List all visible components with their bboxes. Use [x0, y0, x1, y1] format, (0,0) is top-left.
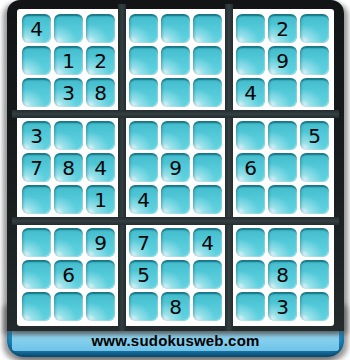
cell-r4c8[interactable]	[268, 121, 297, 150]
cell-r7c2[interactable]	[54, 228, 83, 257]
cell-r5c3[interactable]: 4	[86, 153, 115, 182]
cell-r9c5[interactable]: 8	[161, 292, 190, 321]
cell-r6c9[interactable]	[300, 185, 329, 214]
cell-r2c8[interactable]: 9	[268, 46, 297, 75]
cell-r1c1[interactable]: 4	[22, 14, 51, 43]
cell-r3c7[interactable]: 4	[236, 78, 265, 107]
cell-r6c4[interactable]: 4	[129, 185, 158, 214]
cell-r9c7[interactable]	[236, 292, 265, 321]
cell-r3c5[interactable]	[161, 78, 190, 107]
cell-r7c4[interactable]: 7	[129, 228, 158, 257]
sudoku-grid: 4212938435784961497465883	[22, 14, 329, 321]
cell-r6c3[interactable]: 1	[86, 185, 115, 214]
cell-r2c7[interactable]	[236, 46, 265, 75]
cell-r5c6[interactable]	[193, 153, 222, 182]
cell-r3c4[interactable]	[129, 78, 158, 107]
cell-r2c4[interactable]	[129, 46, 158, 75]
cell-r1c8[interactable]: 2	[268, 14, 297, 43]
cell-r9c9[interactable]	[300, 292, 329, 321]
cell-r4c5[interactable]	[161, 121, 190, 150]
cell-r4c1[interactable]: 3	[22, 121, 51, 150]
cell-r9c3[interactable]	[86, 292, 115, 321]
cell-r5c8[interactable]	[268, 153, 297, 182]
cell-r7c8[interactable]	[268, 228, 297, 257]
cell-r6c2[interactable]	[54, 185, 83, 214]
cell-r5c9[interactable]	[300, 153, 329, 182]
cell-r8c2[interactable]: 6	[54, 260, 83, 289]
cell-r5c7[interactable]: 6	[236, 153, 265, 182]
cell-r5c4[interactable]	[129, 153, 158, 182]
cell-r9c8[interactable]: 3	[268, 292, 297, 321]
cell-r5c1[interactable]: 7	[22, 153, 51, 182]
cell-r8c7[interactable]	[236, 260, 265, 289]
cell-r1c5[interactable]	[161, 14, 190, 43]
cell-r8c6[interactable]	[193, 260, 222, 289]
cell-r2c2[interactable]: 1	[54, 46, 83, 75]
cell-r8c9[interactable]	[300, 260, 329, 289]
cell-r2c3[interactable]: 2	[86, 46, 115, 75]
cell-r4c4[interactable]	[129, 121, 158, 150]
cell-r3c3[interactable]: 8	[86, 78, 115, 107]
cell-r2c6[interactable]	[193, 46, 222, 75]
box-separator-horizontal-1	[12, 110, 339, 118]
cell-r3c9[interactable]	[300, 78, 329, 107]
cell-r1c6[interactable]	[193, 14, 222, 43]
grid-border: 4212938435784961497465883	[17, 9, 334, 326]
cell-r7c1[interactable]	[22, 228, 51, 257]
cell-r7c5[interactable]	[161, 228, 190, 257]
cell-r1c2[interactable]	[54, 14, 83, 43]
footer-band: www.sudokusweb.com	[12, 330, 339, 351]
box-separator-vertical-2	[225, 4, 233, 331]
cell-r2c9[interactable]	[300, 46, 329, 75]
cell-r2c1[interactable]	[22, 46, 51, 75]
cell-r4c7[interactable]	[236, 121, 265, 150]
cell-r3c1[interactable]	[22, 78, 51, 107]
cell-r7c9[interactable]	[300, 228, 329, 257]
cell-r8c8[interactable]: 8	[268, 260, 297, 289]
cell-r4c3[interactable]	[86, 121, 115, 150]
cell-r4c2[interactable]	[54, 121, 83, 150]
cell-r5c5[interactable]: 9	[161, 153, 190, 182]
cell-r1c7[interactable]	[236, 14, 265, 43]
cell-r9c1[interactable]	[22, 292, 51, 321]
cell-r7c3[interactable]: 9	[86, 228, 115, 257]
site-url: www.sudokusweb.com	[91, 332, 259, 349]
cell-r8c4[interactable]: 5	[129, 260, 158, 289]
cell-r4c6[interactable]	[193, 121, 222, 150]
sudoku-board: 4212938435784961497465883	[7, 0, 344, 331]
box-separator-vertical-1	[118, 4, 126, 331]
cell-r8c3[interactable]	[86, 260, 115, 289]
cell-r1c4[interactable]	[129, 14, 158, 43]
cell-r1c9[interactable]	[300, 14, 329, 43]
cell-r3c8[interactable]	[268, 78, 297, 107]
cell-r6c7[interactable]	[236, 185, 265, 214]
cell-r3c6[interactable]	[193, 78, 222, 107]
cell-r9c4[interactable]	[129, 292, 158, 321]
cell-r2c5[interactable]	[161, 46, 190, 75]
box-separator-horizontal-2	[12, 217, 339, 225]
sudoku-page: www.sudokusweb.com 421293843578496149746…	[0, 0, 350, 360]
cell-r6c1[interactable]	[22, 185, 51, 214]
cell-r5c2[interactable]: 8	[54, 153, 83, 182]
cell-r6c6[interactable]	[193, 185, 222, 214]
cell-r8c5[interactable]	[161, 260, 190, 289]
cell-r8c1[interactable]	[22, 260, 51, 289]
cell-r6c8[interactable]	[268, 185, 297, 214]
cell-r3c2[interactable]: 3	[54, 78, 83, 107]
cell-r6c5[interactable]	[161, 185, 190, 214]
cell-r9c2[interactable]	[54, 292, 83, 321]
cell-r9c6[interactable]	[193, 292, 222, 321]
cell-r7c7[interactable]	[236, 228, 265, 257]
cell-r7c6[interactable]: 4	[193, 228, 222, 257]
cell-r1c3[interactable]	[86, 14, 115, 43]
cell-r4c9[interactable]: 5	[300, 121, 329, 150]
